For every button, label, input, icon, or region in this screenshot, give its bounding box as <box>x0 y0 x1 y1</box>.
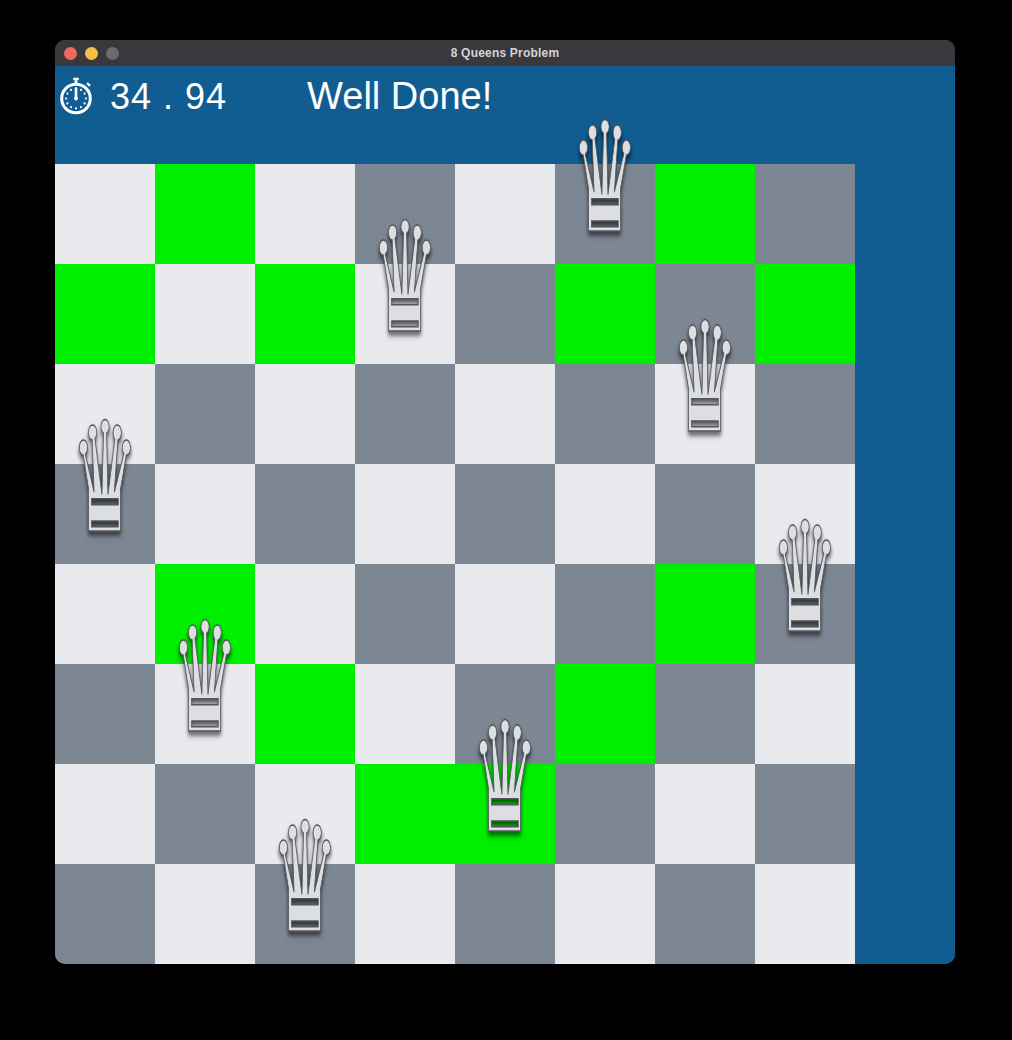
square-r4c0[interactable] <box>55 564 155 664</box>
square-r4c6[interactable] <box>655 564 755 664</box>
white-queen[interactable]: ♛ <box>471 703 539 856</box>
square-r2c7[interactable] <box>755 364 855 464</box>
square-r2c2[interactable] <box>255 364 355 464</box>
square-r0c4[interactable] <box>455 164 555 264</box>
square-r6c6[interactable] <box>655 764 755 864</box>
square-r0c1[interactable] <box>155 164 255 264</box>
square-r5c7[interactable] <box>755 664 855 764</box>
square-r4c2[interactable] <box>255 564 355 664</box>
square-r3c4[interactable] <box>455 464 555 564</box>
square-r1c4[interactable] <box>455 264 555 364</box>
square-r3c5[interactable] <box>555 464 655 564</box>
white-queen[interactable]: ♛ <box>171 603 239 756</box>
square-r1c7[interactable] <box>755 264 855 364</box>
square-r7c4[interactable] <box>455 864 555 964</box>
square-r5c1[interactable]: ♛ <box>155 664 255 764</box>
square-r6c0[interactable] <box>55 764 155 864</box>
square-r0c5[interactable]: ♛ <box>555 164 655 264</box>
square-r0c6[interactable] <box>655 164 755 264</box>
square-r5c3[interactable] <box>355 664 455 764</box>
close-button[interactable] <box>64 47 77 60</box>
stopwatch-icon <box>57 77 95 117</box>
square-r3c2[interactable] <box>255 464 355 564</box>
white-queen[interactable]: ♛ <box>671 303 739 456</box>
title-bar[interactable]: 8 Queens Problem <box>55 40 955 66</box>
square-r1c1[interactable] <box>155 264 255 364</box>
chess-board: ♛♛♛♛♛♛♛♛ <box>55 164 855 964</box>
minimize-button[interactable] <box>85 47 98 60</box>
square-r1c2[interactable] <box>255 264 355 364</box>
status-message: Well Done! <box>307 75 492 118</box>
square-r4c3[interactable] <box>355 564 455 664</box>
square-r3c0[interactable]: ♛ <box>55 464 155 564</box>
square-r6c1[interactable] <box>155 764 255 864</box>
window-title: 8 Queens Problem <box>451 46 560 60</box>
square-r4c7[interactable]: ♛ <box>755 564 855 664</box>
square-r5c0[interactable] <box>55 664 155 764</box>
square-r6c5[interactable] <box>555 764 655 864</box>
white-queen[interactable]: ♛ <box>71 403 139 556</box>
square-r2c3[interactable] <box>355 364 455 464</box>
app-window: 8 Queens Problem <box>55 40 955 964</box>
square-r2c4[interactable] <box>455 364 555 464</box>
square-r0c7[interactable] <box>755 164 855 264</box>
square-r5c5[interactable] <box>555 664 655 764</box>
square-r2c6[interactable]: ♛ <box>655 364 755 464</box>
square-r3c6[interactable] <box>655 464 755 564</box>
square-r5c6[interactable] <box>655 664 755 764</box>
square-r7c1[interactable] <box>155 864 255 964</box>
square-r4c5[interactable] <box>555 564 655 664</box>
traffic-lights <box>64 40 119 66</box>
side-panel <box>855 164 955 964</box>
square-r0c2[interactable] <box>255 164 355 264</box>
square-r7c2[interactable]: ♛ <box>255 864 355 964</box>
timer-value: 34 . 94 <box>110 76 227 118</box>
zoom-button[interactable] <box>106 47 119 60</box>
square-r7c6[interactable] <box>655 864 755 964</box>
square-r6c4[interactable]: ♛ <box>455 764 555 864</box>
square-r7c3[interactable] <box>355 864 455 964</box>
square-r3c3[interactable] <box>355 464 455 564</box>
square-r2c1[interactable] <box>155 364 255 464</box>
square-r5c2[interactable] <box>255 664 355 764</box>
white-queen[interactable]: ♛ <box>571 103 639 256</box>
square-r1c5[interactable] <box>555 264 655 364</box>
square-r6c7[interactable] <box>755 764 855 864</box>
square-r4c4[interactable] <box>455 564 555 664</box>
square-r6c3[interactable] <box>355 764 455 864</box>
white-queen[interactable]: ♛ <box>771 503 839 656</box>
square-r1c0[interactable] <box>55 264 155 364</box>
square-r1c3[interactable]: ♛ <box>355 264 455 364</box>
white-queen[interactable]: ♛ <box>271 803 339 956</box>
header-panel: 34 . 94 Well Done! <box>55 66 955 164</box>
square-r7c5[interactable] <box>555 864 655 964</box>
square-r2c5[interactable] <box>555 364 655 464</box>
white-queen[interactable]: ♛ <box>371 203 439 356</box>
square-r7c7[interactable] <box>755 864 855 964</box>
square-r7c0[interactable] <box>55 864 155 964</box>
square-r0c0[interactable] <box>55 164 155 264</box>
square-r3c1[interactable] <box>155 464 255 564</box>
